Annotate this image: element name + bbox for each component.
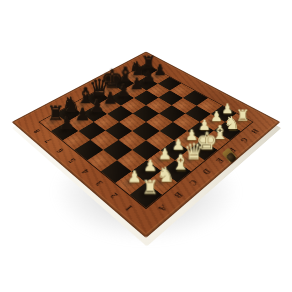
board-grid: ♜♞♝♛♚♝♞♜♟♟♟♟♟♟♟♟♟♟♟♟♟♟♟♟♜♞♝♛♚♝♞♜ [40,64,252,208]
square-g3 [185,106,211,122]
scene: 12345678 ABCDEFGH ♜♞♝♛♚♝♞♜♟♟♟♟♟♟♟♟♟♟♟♟♟♟… [0,0,292,292]
chess-board: 12345678 ABCDEFGH ♜♞♝♛♚♝♞♜♟♟♟♟♟♟♟♟♟♟♟♟♟♟… [12,52,281,238]
piece-white-pawn-h2: ♟ [211,102,243,116]
clasp-knob-icon [225,152,236,163]
square-d7: ♟ [95,98,120,114]
square-c6 [93,114,120,131]
chess-set-photo: 12345678 ABCDEFGH ♜♞♝♛♚♝♞♜♟♟♟♟♟♟♟♟♟♟♟♟♟♟… [0,0,292,292]
square-e5 [133,106,159,122]
piece-black-rook-h8: ♜ [135,55,163,72]
